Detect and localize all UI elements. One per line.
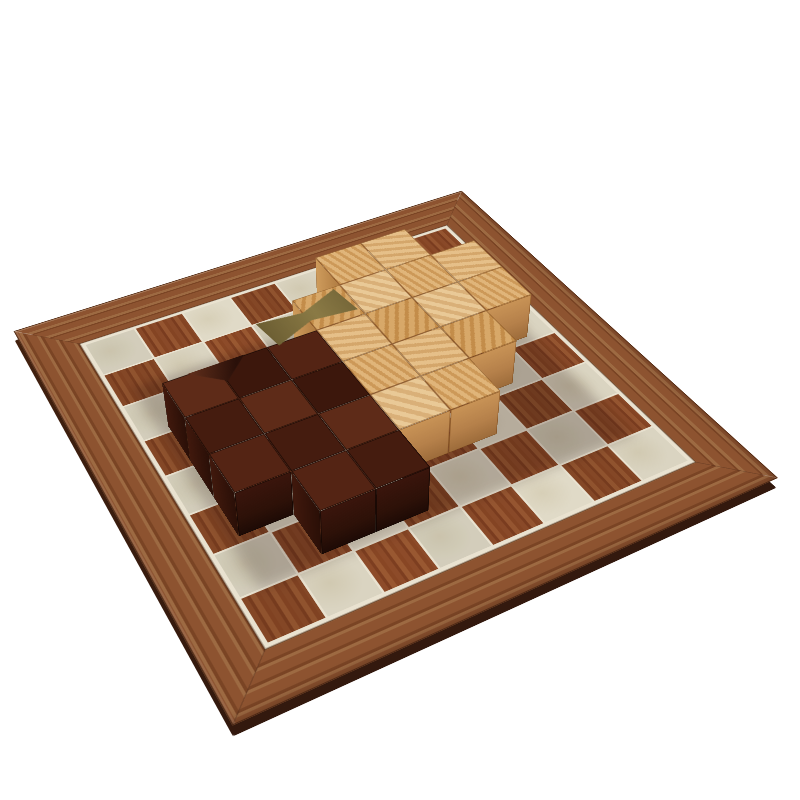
- chessboard: [14, 191, 778, 726]
- perspective-wrapper: [0, 0, 800, 800]
- product-photo: [0, 0, 800, 800]
